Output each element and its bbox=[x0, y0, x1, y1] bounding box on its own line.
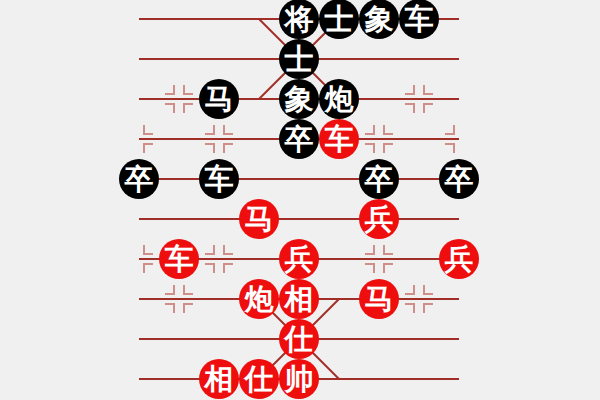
piece-black-horse[interactable]: 马 bbox=[199, 79, 239, 119]
piece-red-chariot[interactable]: 车 bbox=[159, 239, 199, 279]
piece-red-horse[interactable]: 马 bbox=[359, 279, 399, 319]
piece-red-soldier[interactable]: 兵 bbox=[439, 239, 479, 279]
piece-red-elephant[interactable]: 相 bbox=[279, 279, 319, 319]
piece-red-soldier[interactable]: 兵 bbox=[279, 239, 319, 279]
piece-red-general[interactable]: 帅 bbox=[279, 359, 319, 399]
piece-black-soldier[interactable]: 卒 bbox=[119, 159, 159, 199]
piece-black-cannon[interactable]: 炮 bbox=[319, 79, 359, 119]
piece-black-advisor[interactable]: 士 bbox=[319, 0, 359, 39]
piece-red-elephant[interactable]: 相 bbox=[199, 359, 239, 399]
piece-black-soldier[interactable]: 卒 bbox=[279, 119, 319, 159]
xiangqi-board[interactable]: 将士象车士马象炮卒车卒车卒卒马兵车兵兵炮相马仕相仕帅 bbox=[0, 0, 600, 400]
xiangqi-screenshot: 将士象车士马象炮卒车卒车卒卒马兵车兵兵炮相马仕相仕帅 bbox=[0, 0, 600, 400]
piece-red-horse[interactable]: 马 bbox=[239, 199, 279, 239]
piece-red-cannon[interactable]: 炮 bbox=[239, 279, 279, 319]
piece-black-soldier[interactable]: 卒 bbox=[439, 159, 479, 199]
piece-red-soldier[interactable]: 兵 bbox=[359, 199, 399, 239]
piece-red-advisor[interactable]: 仕 bbox=[239, 359, 279, 399]
piece-red-chariot[interactable]: 车 bbox=[319, 119, 359, 159]
piece-black-elephant[interactable]: 象 bbox=[279, 79, 319, 119]
piece-black-advisor[interactable]: 士 bbox=[279, 39, 319, 79]
piece-black-chariot[interactable]: 车 bbox=[399, 0, 439, 39]
piece-black-general[interactable]: 将 bbox=[279, 0, 319, 39]
piece-black-elephant[interactable]: 象 bbox=[359, 0, 399, 39]
piece-black-chariot[interactable]: 车 bbox=[199, 159, 239, 199]
piece-red-advisor[interactable]: 仕 bbox=[279, 319, 319, 359]
piece-black-soldier[interactable]: 卒 bbox=[359, 159, 399, 199]
